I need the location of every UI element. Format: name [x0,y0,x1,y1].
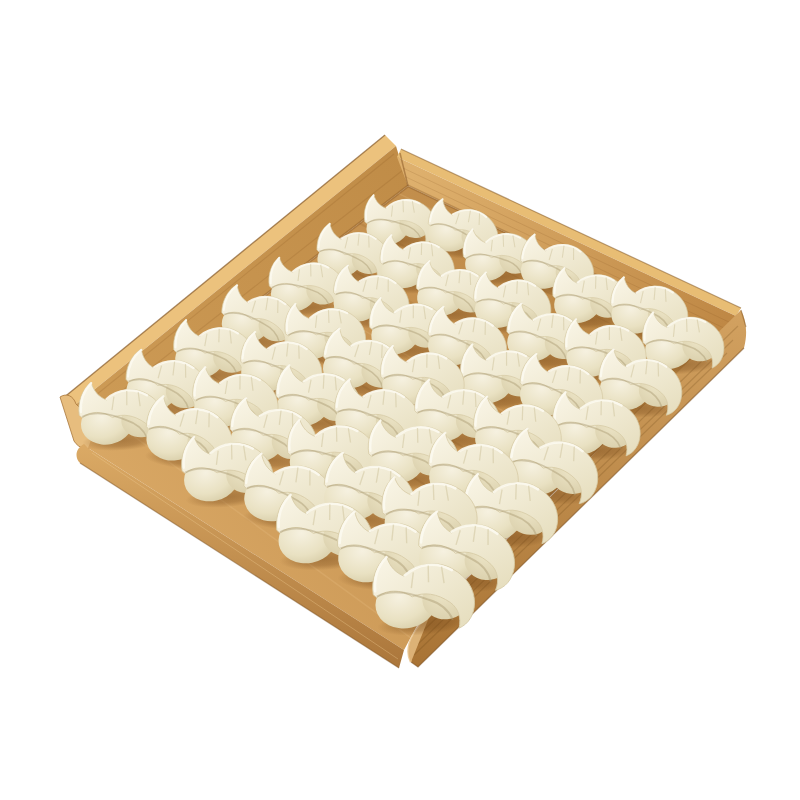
dumpling-tray-photo [0,0,800,800]
photo-canvas [0,0,800,800]
